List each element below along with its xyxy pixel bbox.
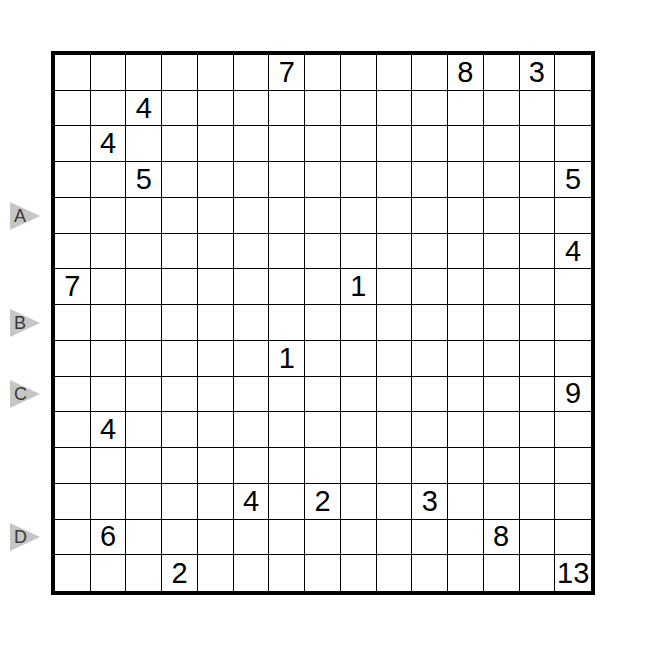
cell-r8c11[interactable] — [448, 341, 484, 377]
cell-r1c7[interactable] — [305, 91, 341, 127]
cell-r4c13[interactable] — [520, 198, 556, 234]
cell-r2c14[interactable] — [555, 126, 591, 162]
cell-r2c12[interactable] — [484, 126, 520, 162]
cell-r3c2: 5 — [126, 162, 162, 198]
cell-r14c5[interactable] — [234, 555, 270, 591]
cell-r4c8[interactable] — [341, 198, 377, 234]
cell-r14c11[interactable] — [448, 555, 484, 591]
cell-r2c0[interactable] — [55, 126, 91, 162]
cell-r7c6[interactable] — [269, 305, 305, 341]
cell-r1c6[interactable] — [269, 91, 305, 127]
cell-r13c12: 8 — [484, 520, 520, 556]
cell-r8c8[interactable] — [341, 341, 377, 377]
cell-r13c6[interactable] — [269, 520, 305, 556]
cell-r11c14[interactable] — [555, 448, 591, 484]
cell-r3c13[interactable] — [520, 162, 556, 198]
cell-r6c8: 1 — [341, 269, 377, 305]
cell-r12c9[interactable] — [377, 484, 413, 520]
cell-r7c8[interactable] — [341, 305, 377, 341]
cell-r5c1[interactable] — [91, 234, 127, 270]
cell-r0c8[interactable] — [341, 55, 377, 91]
cell-r14c6[interactable] — [269, 555, 305, 591]
cell-r13c5[interactable] — [234, 520, 270, 556]
puzzle-page: ABCD 783445547119442368213 — [0, 0, 649, 648]
cell-r7c9[interactable] — [377, 305, 413, 341]
cell-r12c8[interactable] — [341, 484, 377, 520]
cell-r6c10[interactable] — [412, 269, 448, 305]
cell-r6c11[interactable] — [448, 269, 484, 305]
cell-r10c4[interactable] — [198, 412, 234, 448]
cell-r6c2[interactable] — [126, 269, 162, 305]
cell-r7c3[interactable] — [162, 305, 198, 341]
cell-r13c7[interactable] — [305, 520, 341, 556]
marker-letter: A — [14, 207, 26, 225]
cell-r0c6: 7 — [269, 55, 305, 91]
cell-r4c4[interactable] — [198, 198, 234, 234]
cell-r11c1[interactable] — [91, 448, 127, 484]
cell-r8c12[interactable] — [484, 341, 520, 377]
cell-r11c10[interactable] — [412, 448, 448, 484]
cell-r2c7[interactable] — [305, 126, 341, 162]
cell-r3c3[interactable] — [162, 162, 198, 198]
cell-r5c8[interactable] — [341, 234, 377, 270]
cell-r9c2[interactable] — [126, 377, 162, 413]
cell-r6c0: 7 — [55, 269, 91, 305]
answer-key-marker-c: C — [10, 380, 40, 408]
cell-r4c9[interactable] — [377, 198, 413, 234]
cell-r7c4[interactable] — [198, 305, 234, 341]
cell-r10c5[interactable] — [234, 412, 270, 448]
cell-r3c14: 5 — [555, 162, 591, 198]
cell-r12c14[interactable] — [555, 484, 591, 520]
cell-r4c11[interactable] — [448, 198, 484, 234]
cell-r10c8[interactable] — [341, 412, 377, 448]
cell-r8c13[interactable] — [520, 341, 556, 377]
cell-r3c4[interactable] — [198, 162, 234, 198]
cell-r14c13[interactable] — [520, 555, 556, 591]
cell-r8c6: 1 — [269, 341, 305, 377]
cell-r3c8[interactable] — [341, 162, 377, 198]
cell-r12c2[interactable] — [126, 484, 162, 520]
cell-r11c5[interactable] — [234, 448, 270, 484]
cell-r12c6[interactable] — [269, 484, 305, 520]
cell-r9c0[interactable] — [55, 377, 91, 413]
cell-r11c0[interactable] — [55, 448, 91, 484]
cell-r12c0[interactable] — [55, 484, 91, 520]
cell-r1c1[interactable] — [91, 91, 127, 127]
cell-r10c13[interactable] — [520, 412, 556, 448]
cell-r0c14[interactable] — [555, 55, 591, 91]
cell-r13c11[interactable] — [448, 520, 484, 556]
cell-r1c3[interactable] — [162, 91, 198, 127]
cell-r14c12[interactable] — [484, 555, 520, 591]
marker-letter: C — [14, 385, 27, 403]
cell-r8c1[interactable] — [91, 341, 127, 377]
cell-r1c9[interactable] — [377, 91, 413, 127]
cell-r13c0[interactable] — [55, 520, 91, 556]
cell-r9c5[interactable] — [234, 377, 270, 413]
cell-r3c1[interactable] — [91, 162, 127, 198]
cell-r7c11[interactable] — [448, 305, 484, 341]
cell-r10c12[interactable] — [484, 412, 520, 448]
cell-r7c14[interactable] — [555, 305, 591, 341]
cell-r12c7: 2 — [305, 484, 341, 520]
cell-r0c0[interactable] — [55, 55, 91, 91]
cell-r14c0[interactable] — [55, 555, 91, 591]
cell-r13c13[interactable] — [520, 520, 556, 556]
marker-letter: B — [14, 314, 26, 332]
cell-r0c11: 8 — [448, 55, 484, 91]
cell-r12c12[interactable] — [484, 484, 520, 520]
cell-r9c10[interactable] — [412, 377, 448, 413]
cell-r4c5[interactable] — [234, 198, 270, 234]
cell-r10c9[interactable] — [377, 412, 413, 448]
cell-r5c3[interactable] — [162, 234, 198, 270]
cell-r6c9[interactable] — [377, 269, 413, 305]
cell-r14c1[interactable] — [91, 555, 127, 591]
cell-r14c2[interactable] — [126, 555, 162, 591]
cell-r9c11[interactable] — [448, 377, 484, 413]
answer-key-marker-a: A — [10, 202, 40, 230]
cell-r4c3[interactable] — [162, 198, 198, 234]
cell-r6c4[interactable] — [198, 269, 234, 305]
cell-r11c12[interactable] — [484, 448, 520, 484]
cell-r9c4[interactable] — [198, 377, 234, 413]
cell-r12c3[interactable] — [162, 484, 198, 520]
cell-r14c3: 2 — [162, 555, 198, 591]
cell-r5c5[interactable] — [234, 234, 270, 270]
cell-r0c7[interactable] — [305, 55, 341, 91]
cell-r7c10[interactable] — [412, 305, 448, 341]
cell-r11c3[interactable] — [162, 448, 198, 484]
cell-r7c13[interactable] — [520, 305, 556, 341]
cell-r7c0[interactable] — [55, 305, 91, 341]
cell-r6c12[interactable] — [484, 269, 520, 305]
cell-r12c11[interactable] — [448, 484, 484, 520]
cell-r10c11[interactable] — [448, 412, 484, 448]
cell-r0c13: 3 — [520, 55, 556, 91]
cell-r4c0[interactable] — [55, 198, 91, 234]
cell-r14c7[interactable] — [305, 555, 341, 591]
cell-r9c12[interactable] — [484, 377, 520, 413]
cell-r11c2[interactable] — [126, 448, 162, 484]
cell-r14c14: 13 — [555, 555, 591, 591]
cell-r8c3[interactable] — [162, 341, 198, 377]
cell-r2c3[interactable] — [162, 126, 198, 162]
cell-r6c3[interactable] — [162, 269, 198, 305]
cell-r1c8[interactable] — [341, 91, 377, 127]
cell-r0c2[interactable] — [126, 55, 162, 91]
cell-r5c0[interactable] — [55, 234, 91, 270]
cell-r13c2[interactable] — [126, 520, 162, 556]
cell-r4c12[interactable] — [484, 198, 520, 234]
cell-r0c4[interactable] — [198, 55, 234, 91]
cell-r11c9[interactable] — [377, 448, 413, 484]
cell-r7c2[interactable] — [126, 305, 162, 341]
cell-r9c1[interactable] — [91, 377, 127, 413]
cell-r6c7[interactable] — [305, 269, 341, 305]
cell-r9c9[interactable] — [377, 377, 413, 413]
cell-r11c7[interactable] — [305, 448, 341, 484]
answer-key-marker-b: B — [10, 309, 40, 337]
cell-r6c6[interactable] — [269, 269, 305, 305]
answer-key-marker-d: D — [10, 523, 40, 551]
cell-r2c2[interactable] — [126, 126, 162, 162]
cell-r8c5[interactable] — [234, 341, 270, 377]
cell-r3c0[interactable] — [55, 162, 91, 198]
cell-r10c1: 4 — [91, 412, 127, 448]
cell-r11c4[interactable] — [198, 448, 234, 484]
cell-r4c14[interactable] — [555, 198, 591, 234]
cell-r11c8[interactable] — [341, 448, 377, 484]
cell-r13c14[interactable] — [555, 520, 591, 556]
cell-r4c10[interactable] — [412, 198, 448, 234]
cell-r10c0[interactable] — [55, 412, 91, 448]
cell-r3c6[interactable] — [269, 162, 305, 198]
cell-r3c9[interactable] — [377, 162, 413, 198]
cell-r1c2: 4 — [126, 91, 162, 127]
cell-r5c7[interactable] — [305, 234, 341, 270]
cell-r2c4[interactable] — [198, 126, 234, 162]
cell-r4c1[interactable] — [91, 198, 127, 234]
cell-r8c2[interactable] — [126, 341, 162, 377]
cell-r5c13[interactable] — [520, 234, 556, 270]
cell-r1c10[interactable] — [412, 91, 448, 127]
cell-r12c5: 4 — [234, 484, 270, 520]
cell-r2c1: 4 — [91, 126, 127, 162]
cell-r9c13[interactable] — [520, 377, 556, 413]
cell-r10c14[interactable] — [555, 412, 591, 448]
cell-r1c5[interactable] — [234, 91, 270, 127]
cell-r10c10[interactable] — [412, 412, 448, 448]
cell-r8c4[interactable] — [198, 341, 234, 377]
cell-r0c12[interactable] — [484, 55, 520, 91]
cell-r0c10[interactable] — [412, 55, 448, 91]
cell-r5c4[interactable] — [198, 234, 234, 270]
cell-r0c9[interactable] — [377, 55, 413, 91]
cell-r10c2[interactable] — [126, 412, 162, 448]
cell-r8c7[interactable] — [305, 341, 341, 377]
cell-r13c1: 6 — [91, 520, 127, 556]
cell-r12c4[interactable] — [198, 484, 234, 520]
cell-r5c10[interactable] — [412, 234, 448, 270]
cell-r5c2[interactable] — [126, 234, 162, 270]
cell-r13c10[interactable] — [412, 520, 448, 556]
cell-r2c11[interactable] — [448, 126, 484, 162]
cell-r1c11[interactable] — [448, 91, 484, 127]
cell-r10c7[interactable] — [305, 412, 341, 448]
cell-r4c6[interactable] — [269, 198, 305, 234]
cell-r14c9[interactable] — [377, 555, 413, 591]
cell-r1c12[interactable] — [484, 91, 520, 127]
cell-r3c11[interactable] — [448, 162, 484, 198]
cell-r10c6[interactable] — [269, 412, 305, 448]
cell-r8c9[interactable] — [377, 341, 413, 377]
cell-r3c7[interactable] — [305, 162, 341, 198]
cell-r6c13[interactable] — [520, 269, 556, 305]
cell-r12c1[interactable] — [91, 484, 127, 520]
cell-r11c13[interactable] — [520, 448, 556, 484]
cell-r1c0[interactable] — [55, 91, 91, 127]
cell-r11c6[interactable] — [269, 448, 305, 484]
cell-r6c1[interactable] — [91, 269, 127, 305]
cell-r0c5[interactable] — [234, 55, 270, 91]
cell-r5c9[interactable] — [377, 234, 413, 270]
cell-r4c7[interactable] — [305, 198, 341, 234]
cell-r8c10[interactable] — [412, 341, 448, 377]
cell-r2c13[interactable] — [520, 126, 556, 162]
cell-r7c12[interactable] — [484, 305, 520, 341]
cell-r1c14[interactable] — [555, 91, 591, 127]
cell-r8c14[interactable] — [555, 341, 591, 377]
cell-r3c12[interactable] — [484, 162, 520, 198]
marker-letter: D — [14, 528, 27, 546]
cell-r6c5[interactable] — [234, 269, 270, 305]
cell-r11c11[interactable] — [448, 448, 484, 484]
cell-r9c14: 9 — [555, 377, 591, 413]
cell-r2c6[interactable] — [269, 126, 305, 162]
cell-r7c1[interactable] — [91, 305, 127, 341]
cell-r14c10[interactable] — [412, 555, 448, 591]
cell-r14c8[interactable] — [341, 555, 377, 591]
cell-r2c8[interactable] — [341, 126, 377, 162]
cell-r10c3[interactable] — [162, 412, 198, 448]
cell-r6c14[interactable] — [555, 269, 591, 305]
cell-r2c9[interactable] — [377, 126, 413, 162]
cell-r13c4[interactable] — [198, 520, 234, 556]
cell-r12c13[interactable] — [520, 484, 556, 520]
cell-r5c14: 4 — [555, 234, 591, 270]
cell-r9c3[interactable] — [162, 377, 198, 413]
cell-r13c8[interactable] — [341, 520, 377, 556]
cell-r2c5[interactable] — [234, 126, 270, 162]
cell-r5c12[interactable] — [484, 234, 520, 270]
cell-r7c7[interactable] — [305, 305, 341, 341]
cell-r1c4[interactable] — [198, 91, 234, 127]
cell-r3c10[interactable] — [412, 162, 448, 198]
cell-r4c2[interactable] — [126, 198, 162, 234]
cell-r12c10: 3 — [412, 484, 448, 520]
cell-r5c6[interactable] — [269, 234, 305, 270]
puzzle-grid: 783445547119442368213 — [51, 51, 595, 595]
cell-r5c11[interactable] — [448, 234, 484, 270]
cell-r9c8[interactable] — [341, 377, 377, 413]
cell-r13c9[interactable] — [377, 520, 413, 556]
cell-r8c0[interactable] — [55, 341, 91, 377]
cell-r9c6[interactable] — [269, 377, 305, 413]
cell-r9c7[interactable] — [305, 377, 341, 413]
cell-r2c10[interactable] — [412, 126, 448, 162]
cell-r0c3[interactable] — [162, 55, 198, 91]
cell-r13c3[interactable] — [162, 520, 198, 556]
cell-r1c13[interactable] — [520, 91, 556, 127]
cell-r0c1[interactable] — [91, 55, 127, 91]
cell-r7c5[interactable] — [234, 305, 270, 341]
cell-r14c4[interactable] — [198, 555, 234, 591]
cell-r3c5[interactable] — [234, 162, 270, 198]
